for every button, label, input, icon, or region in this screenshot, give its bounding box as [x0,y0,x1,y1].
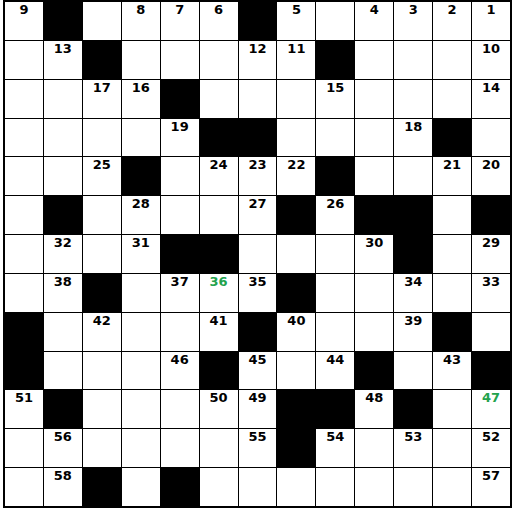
cell-r7c9[interactable] [355,274,393,312]
clue-number: 50 [200,390,238,405]
cell-r7c1[interactable]: 38 [44,274,82,312]
cell-r6c8[interactable] [316,235,354,273]
clue-number: 33 [472,274,510,289]
cell-r6c11[interactable] [433,235,471,273]
cell-r12c7[interactable] [277,468,315,506]
cell-r8c2[interactable]: 42 [83,313,121,351]
cell-r0c0[interactable]: 9 [5,2,43,40]
clue-number: 11 [277,41,315,56]
blocked-cell-r8c6 [239,313,277,351]
crossword-grid: 9876543211312111017161514191825242322212… [3,0,512,508]
blocked-cell-r9c5 [200,352,238,390]
cell-r9c10[interactable] [394,352,432,390]
cell-r9c4[interactable]: 46 [161,352,199,390]
clue-number: 21 [433,157,471,172]
cell-r2c0[interactable] [5,80,43,118]
cell-r0c4[interactable]: 7 [161,2,199,40]
cell-r2c10[interactable] [394,80,432,118]
clue-number: 36 [200,274,238,289]
clue-number: 8 [122,2,160,17]
blocked-cell-r7c7 [277,274,315,312]
blocked-cell-r10c8 [316,390,354,428]
cell-r0c11[interactable]: 2 [433,2,471,40]
blocked-cell-r9c0 [5,352,43,390]
cell-r12c6[interactable] [239,468,277,506]
cell-r0c2[interactable] [83,2,121,40]
blocked-cell-r5c10 [394,196,432,234]
cell-r1c1[interactable]: 13 [44,41,82,79]
clue-number: 45 [239,352,277,367]
cell-r7c0[interactable] [5,274,43,312]
blocked-cell-r5c7 [277,196,315,234]
clue-number: 49 [239,390,277,405]
cell-r3c12[interactable] [472,119,510,157]
cell-r11c1[interactable]: 56 [44,429,82,467]
cell-r2c5[interactable] [200,80,238,118]
cell-r11c2[interactable] [83,429,121,467]
cell-r0c10[interactable]: 3 [394,2,432,40]
blocked-cell-r10c7 [277,390,315,428]
clue-number: 47 [472,390,510,405]
cell-r1c9[interactable] [355,41,393,79]
cell-r0c5[interactable]: 6 [200,2,238,40]
cell-r3c1[interactable] [44,119,82,157]
clue-number: 14 [472,80,510,95]
blocked-cell-r0c6 [239,2,277,40]
cell-r9c11[interactable]: 43 [433,352,471,390]
blocked-cell-r10c10 [394,390,432,428]
clue-number: 42 [83,313,121,328]
cell-r4c6[interactable]: 23 [239,157,277,195]
cell-r0c7[interactable]: 5 [277,2,315,40]
blocked-cell-r1c2 [83,41,121,79]
cell-r5c3[interactable]: 28 [122,196,160,234]
clue-number: 58 [44,468,82,483]
clue-number: 16 [122,80,160,95]
clue-number: 23 [239,157,277,172]
blocked-cell-r3c11 [433,119,471,157]
cell-r2c9[interactable] [355,80,393,118]
cell-r10c0[interactable]: 51 [5,390,43,428]
cell-r8c3[interactable] [122,313,160,351]
clue-number: 19 [161,119,199,134]
blocked-cell-r2c4 [161,80,199,118]
blocked-cell-r6c4 [161,235,199,273]
cell-r1c4[interactable] [161,41,199,79]
cell-r1c12[interactable]: 10 [472,41,510,79]
clue-number: 56 [44,429,82,444]
cell-r4c11[interactable]: 21 [433,157,471,195]
cell-r11c0[interactable] [5,429,43,467]
cell-r11c6[interactable]: 55 [239,429,277,467]
cell-r2c8[interactable]: 15 [316,80,354,118]
cell-r8c10[interactable]: 39 [394,313,432,351]
cell-r12c0[interactable] [5,468,43,506]
cell-r11c12[interactable]: 52 [472,429,510,467]
blocked-cell-r10c1 [44,390,82,428]
clue-number: 31 [122,235,160,250]
cell-r2c12[interactable]: 14 [472,80,510,118]
cell-r11c10[interactable]: 53 [394,429,432,467]
cell-r4c4[interactable] [161,157,199,195]
cell-r0c9[interactable]: 4 [355,2,393,40]
cell-r9c8[interactable]: 44 [316,352,354,390]
clue-number: 24 [200,157,238,172]
cell-r3c0[interactable] [5,119,43,157]
cell-r6c0[interactable] [5,235,43,273]
cell-r5c0[interactable] [5,196,43,234]
clue-number: 48 [355,390,393,405]
clue-number: 57 [472,468,510,483]
clue-number: 54 [316,429,354,444]
clue-number: 18 [394,119,432,134]
cell-r6c3[interactable]: 31 [122,235,160,273]
cell-r3c3[interactable] [122,119,160,157]
clue-number: 25 [83,157,121,172]
clue-number: 26 [316,196,354,211]
cell-r1c11[interactable] [433,41,471,79]
cell-r2c6[interactable] [239,80,277,118]
clue-number: 12 [239,41,277,56]
cell-r12c12[interactable]: 57 [472,468,510,506]
clue-number: 1 [472,2,510,17]
cell-r10c2[interactable] [83,390,121,428]
cell-r2c2[interactable]: 17 [83,80,121,118]
clue-number: 43 [433,352,471,367]
cell-r8c7[interactable]: 40 [277,313,315,351]
cell-r5c11[interactable] [433,196,471,234]
cell-r5c4[interactable] [161,196,199,234]
cell-r10c11[interactable] [433,390,471,428]
clue-number: 52 [472,429,510,444]
cell-r12c5[interactable] [200,468,238,506]
cell-r6c12[interactable]: 29 [472,235,510,273]
cell-r6c1[interactable]: 32 [44,235,82,273]
cell-r7c10[interactable]: 34 [394,274,432,312]
cell-r11c8[interactable]: 54 [316,429,354,467]
cell-r8c9[interactable] [355,313,393,351]
cell-r10c4[interactable] [161,390,199,428]
cell-r4c10[interactable] [394,157,432,195]
cell-r9c2[interactable] [83,352,121,390]
cell-r3c10[interactable]: 18 [394,119,432,157]
clue-number: 6 [200,2,238,17]
cell-r0c8[interactable] [316,2,354,40]
cell-r1c7[interactable]: 11 [277,41,315,79]
cell-r10c12[interactable]: 47 [472,390,510,428]
clue-number: 46 [161,352,199,367]
cell-r2c7[interactable] [277,80,315,118]
cell-r2c11[interactable] [433,80,471,118]
cell-r8c8[interactable] [316,313,354,351]
clue-number: 27 [239,196,277,211]
blocked-cell-r8c11 [433,313,471,351]
cell-r10c5[interactable]: 50 [200,390,238,428]
cell-r6c9[interactable]: 30 [355,235,393,273]
cell-r8c4[interactable] [161,313,199,351]
clue-number: 34 [394,274,432,289]
clue-number: 17 [83,80,121,95]
blocked-cell-r4c8 [316,157,354,195]
cell-r2c3[interactable]: 16 [122,80,160,118]
blocked-cell-r3c6 [239,119,277,157]
cell-r8c1[interactable] [44,313,82,351]
cell-r11c5[interactable] [200,429,238,467]
cell-r0c12[interactable]: 1 [472,2,510,40]
clue-number: 4 [355,2,393,17]
clue-number: 3 [394,2,432,17]
blocked-cell-r8c0 [5,313,43,351]
cell-r5c5[interactable] [200,196,238,234]
cell-r9c6[interactable]: 45 [239,352,277,390]
clue-number: 35 [239,274,277,289]
cell-r4c2[interactable]: 25 [83,157,121,195]
clue-number: 29 [472,235,510,250]
cell-r2c1[interactable] [44,80,82,118]
cell-r8c12[interactable] [472,313,510,351]
cell-r9c1[interactable] [44,352,82,390]
blocked-cell-r11c7 [277,429,315,467]
blocked-cell-r4c3 [122,157,160,195]
cell-r4c5[interactable]: 24 [200,157,238,195]
cell-r9c3[interactable] [122,352,160,390]
clue-number: 30 [355,235,393,250]
cell-r5c8[interactable]: 26 [316,196,354,234]
blocked-cell-r9c9 [355,352,393,390]
blocked-cell-r6c10 [394,235,432,273]
blocked-cell-r1c8 [316,41,354,79]
clue-number: 38 [44,274,82,289]
clue-number: 32 [44,235,82,250]
cell-r7c3[interactable] [122,274,160,312]
cell-r3c2[interactable] [83,119,121,157]
cell-r8c5[interactable]: 41 [200,313,238,351]
clue-number: 15 [316,80,354,95]
cell-r1c0[interactable] [5,41,43,79]
clue-number: 39 [394,313,432,328]
cell-r12c11[interactable] [433,468,471,506]
clue-number: 20 [472,157,510,172]
cell-r11c9[interactable] [355,429,393,467]
clue-number: 40 [277,313,315,328]
cell-r4c7[interactable]: 22 [277,157,315,195]
cell-r3c8[interactable] [316,119,354,157]
cell-r12c8[interactable] [316,468,354,506]
clue-number: 44 [316,352,354,367]
clue-number: 41 [200,313,238,328]
cell-r3c9[interactable] [355,119,393,157]
cell-r11c11[interactable] [433,429,471,467]
cell-r7c4[interactable]: 37 [161,274,199,312]
clue-number: 53 [394,429,432,444]
cell-r5c6[interactable]: 27 [239,196,277,234]
blocked-cell-r5c1 [44,196,82,234]
cell-r12c10[interactable] [394,468,432,506]
cell-r11c4[interactable] [161,429,199,467]
cell-r4c1[interactable] [44,157,82,195]
clue-number: 13 [44,41,82,56]
cell-r1c6[interactable]: 12 [239,41,277,79]
cell-r6c2[interactable] [83,235,121,273]
blocked-cell-r12c2 [83,468,121,506]
cell-r1c5[interactable] [200,41,238,79]
cell-r1c3[interactable] [122,41,160,79]
blocked-cell-r3c5 [200,119,238,157]
clue-number: 10 [472,41,510,56]
blocked-cell-r5c12 [472,196,510,234]
clue-number: 5 [277,2,315,17]
clue-number: 37 [161,274,199,289]
cell-r7c11[interactable] [433,274,471,312]
blocked-cell-r6c5 [200,235,238,273]
cell-r4c0[interactable] [5,157,43,195]
cell-r10c6[interactable]: 49 [239,390,277,428]
cell-r4c12[interactable]: 20 [472,157,510,195]
cell-r7c6[interactable]: 35 [239,274,277,312]
clue-number: 28 [122,196,160,211]
clue-number: 2 [433,2,471,17]
cell-r6c6[interactable] [239,235,277,273]
clue-number: 55 [239,429,277,444]
blocked-cell-r0c1 [44,2,82,40]
cell-r7c5[interactable]: 36 [200,274,238,312]
cell-r12c1[interactable]: 58 [44,468,82,506]
cell-r3c4[interactable]: 19 [161,119,199,157]
cell-r1c10[interactable] [394,41,432,79]
blocked-cell-r5c9 [355,196,393,234]
cell-r10c9[interactable]: 48 [355,390,393,428]
cell-r0c3[interactable]: 8 [122,2,160,40]
cell-r6c7[interactable] [277,235,315,273]
clue-number: 22 [277,157,315,172]
cell-r5c2[interactable] [83,196,121,234]
cell-r11c3[interactable] [122,429,160,467]
clue-number: 9 [5,2,43,17]
cell-r12c3[interactable] [122,468,160,506]
cell-r9c7[interactable] [277,352,315,390]
blocked-cell-r9c12 [472,352,510,390]
cell-r10c3[interactable] [122,390,160,428]
cell-r12c9[interactable] [355,468,393,506]
cell-r4c9[interactable] [355,157,393,195]
cell-r7c8[interactable] [316,274,354,312]
blocked-cell-r12c4 [161,468,199,506]
cell-r7c12[interactable]: 33 [472,274,510,312]
cell-r3c7[interactable] [277,119,315,157]
blocked-cell-r7c2 [83,274,121,312]
clue-number: 7 [161,2,199,17]
clue-number: 51 [5,390,43,405]
